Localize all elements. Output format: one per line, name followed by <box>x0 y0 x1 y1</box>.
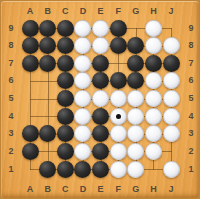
white-stone-H2 <box>145 143 162 160</box>
black-stone-A3 <box>22 125 39 142</box>
black-stone-A7 <box>22 55 39 72</box>
white-stone-H9 <box>145 20 162 37</box>
black-stone-G6 <box>127 72 144 89</box>
white-stone-J5 <box>163 90 180 107</box>
white-stone-G2 <box>127 143 144 160</box>
black-stone-E4 <box>92 108 109 125</box>
white-stone-H3 <box>145 125 162 142</box>
black-stone-G8 <box>127 37 144 54</box>
black-stone-C4 <box>57 108 74 125</box>
black-stone-A2 <box>22 143 39 160</box>
white-stone-F3 <box>110 125 127 142</box>
black-stone-J7 <box>163 55 180 72</box>
white-stone-J8 <box>163 37 180 54</box>
black-stone-H7 <box>145 55 162 72</box>
black-stone-A8 <box>22 37 39 54</box>
white-stone-F1 <box>110 161 127 178</box>
black-stone-C8 <box>57 37 74 54</box>
white-stone-D2 <box>74 143 91 160</box>
white-stone-E9 <box>92 20 109 37</box>
white-stone-D9 <box>74 20 91 37</box>
black-stone-E7 <box>92 55 109 72</box>
black-stone-F8 <box>110 37 127 54</box>
black-stone-B7 <box>39 55 56 72</box>
white-stone-D6 <box>74 72 91 89</box>
black-stone-E1 <box>92 161 109 178</box>
white-stone-J6 <box>163 72 180 89</box>
white-stone-D4 <box>74 108 91 125</box>
black-stone-D1 <box>74 161 91 178</box>
white-stone-H5 <box>145 90 162 107</box>
stones-layer <box>1 1 199 198</box>
white-stone-D5 <box>74 90 91 107</box>
black-stone-B9 <box>39 20 56 37</box>
black-stone-B3 <box>39 125 56 142</box>
white-stone-H6 <box>145 72 162 89</box>
black-stone-F6 <box>110 72 127 89</box>
black-stone-C9 <box>57 20 74 37</box>
white-stone-D3 <box>74 125 91 142</box>
last-move-marker <box>116 114 121 119</box>
white-stone-H4 <box>145 108 162 125</box>
white-stone-G1 <box>127 161 144 178</box>
white-stone-F5 <box>110 90 127 107</box>
black-stone-E2 <box>92 143 109 160</box>
black-stone-E6 <box>92 72 109 89</box>
white-stone-F4 <box>110 108 127 125</box>
white-stone-J4 <box>163 108 180 125</box>
white-stone-D8 <box>74 37 91 54</box>
black-stone-C1 <box>57 161 74 178</box>
black-stone-A9 <box>22 20 39 37</box>
black-stone-C7 <box>57 55 74 72</box>
black-stone-B8 <box>39 37 56 54</box>
white-stone-H8 <box>145 37 162 54</box>
white-stone-G5 <box>127 90 144 107</box>
black-stone-F9 <box>110 20 127 37</box>
white-stone-F2 <box>110 143 127 160</box>
white-stone-J1 <box>163 161 180 178</box>
black-stone-C2 <box>57 143 74 160</box>
black-stone-E3 <box>92 125 109 142</box>
white-stone-E8 <box>92 37 109 54</box>
white-stone-E5 <box>92 90 109 107</box>
black-stone-G7 <box>127 55 144 72</box>
white-stone-G3 <box>127 125 144 142</box>
white-stone-J3 <box>163 125 180 142</box>
black-stone-B1 <box>39 161 56 178</box>
black-stone-C3 <box>57 125 74 142</box>
black-stone-C6 <box>57 72 74 89</box>
white-stone-D7 <box>74 55 91 72</box>
go-board[interactable]: AABBCCDDEEFFGGHHJJ998877665544332211 <box>0 0 200 199</box>
black-stone-C5 <box>57 90 74 107</box>
white-stone-G4 <box>127 108 144 125</box>
